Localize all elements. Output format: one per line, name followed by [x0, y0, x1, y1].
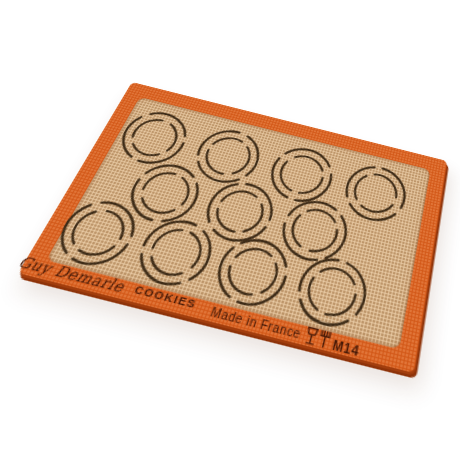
cookie-circle — [260, 139, 343, 212]
cookie-circle — [289, 251, 372, 334]
cookie-circle — [343, 163, 406, 224]
baking-mat: Guy Demarle COOKIES Made in France M14 — [18, 82, 447, 373]
cookie-circle — [110, 104, 197, 172]
cookie-circle — [124, 157, 207, 232]
cookie-circle — [197, 129, 260, 185]
product-photo-stage: Guy Demarle COOKIES Made in France M14 — [0, 0, 460, 460]
cookie-circle — [279, 197, 352, 266]
cookie-circle — [134, 219, 215, 286]
cookie-circle-guides — [18, 82, 447, 373]
